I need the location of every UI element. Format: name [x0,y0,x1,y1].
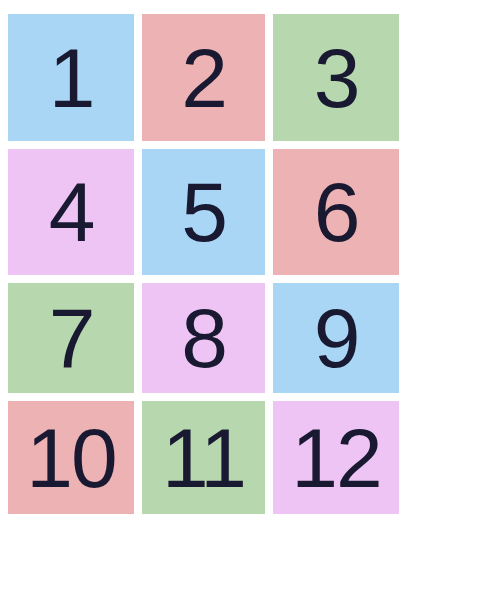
tile-7[interactable]: 7 [8,283,134,393]
tile-11[interactable]: 11 [142,401,265,514]
tile-6[interactable]: 6 [273,149,399,275]
tile-3[interactable]: 3 [273,14,399,141]
tile-9[interactable]: 9 [273,283,399,393]
tile-5[interactable]: 5 [142,149,265,275]
tile-12[interactable]: 12 [273,401,399,514]
tile-1[interactable]: 1 [8,14,134,141]
tile-grid: 1 2 3 4 5 6 7 8 9 10 11 12 [8,14,399,514]
tile-4[interactable]: 4 [8,149,134,275]
tile-8[interactable]: 8 [142,283,265,393]
tile-2[interactable]: 2 [142,14,265,141]
tile-10[interactable]: 10 [8,401,134,514]
